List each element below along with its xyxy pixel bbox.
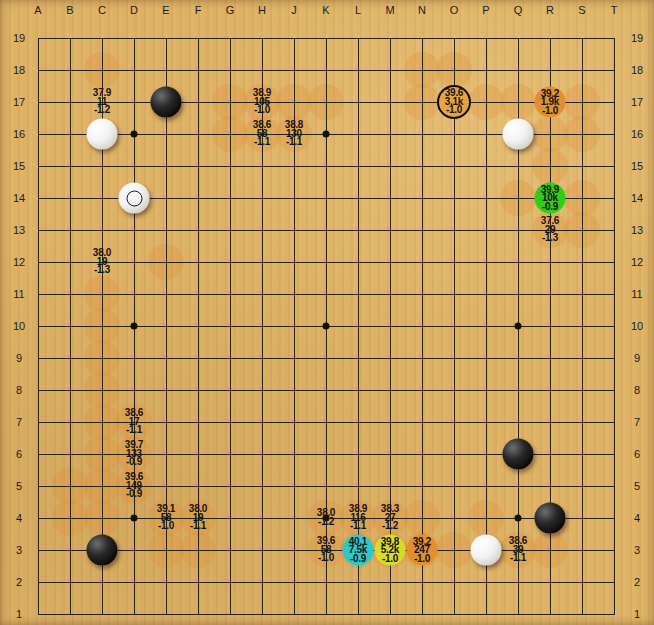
black-stone-q6[interactable]	[503, 439, 534, 470]
coordinate-label-row-left: 15	[13, 161, 25, 172]
coordinate-label-row-right: 1	[634, 609, 640, 620]
star-point	[515, 515, 522, 522]
grid-line-vertical	[582, 38, 583, 615]
coordinate-label-row-right: 15	[631, 161, 643, 172]
coordinate-label-row-left: 4	[16, 513, 22, 524]
coordinate-label-column: R	[546, 5, 554, 16]
candidate-score: -1.2	[318, 518, 334, 527]
candidate-label-k3[interactable]: 39.658-1.0	[317, 537, 335, 563]
candidate-score: -1.3	[542, 234, 558, 243]
coordinate-label-row-left: 2	[16, 577, 22, 588]
candidate-label-h16[interactable]: 38.658-1.1	[253, 121, 271, 147]
candidate-label-c12[interactable]: 38.019-1.3	[93, 249, 111, 275]
white-stone-d14[interactable]	[119, 183, 150, 214]
candidate-label-k4[interactable]: 38.0-1.2	[317, 509, 335, 526]
coordinate-label-column: B	[66, 5, 73, 16]
coordinate-label-row-right: 6	[634, 449, 640, 460]
coordinate-label-row-left: 19	[13, 33, 25, 44]
candidate-label-h17[interactable]: 38.9105-1.0	[253, 89, 271, 115]
grid-line-horizontal	[38, 358, 615, 359]
star-point	[323, 323, 330, 330]
candidate-score: -1.1	[510, 554, 526, 563]
candidate-score: -0.9	[542, 202, 558, 211]
coordinate-label-row-right: 19	[631, 33, 643, 44]
candidate-label-d5[interactable]: 39.6149-0.9	[125, 473, 143, 499]
coordinate-label-column: G	[226, 5, 235, 16]
candidate-move-r17[interactable]: 39.21.9k-1.0	[535, 87, 566, 118]
coordinate-label-row-left: 9	[16, 353, 22, 364]
coordinate-label-row-right: 9	[634, 353, 640, 364]
coordinate-label-row-right: 5	[634, 481, 640, 492]
candidate-score: -1.1	[350, 522, 366, 531]
coordinate-label-row-right: 7	[634, 417, 640, 428]
coordinate-label-row-right: 2	[634, 577, 640, 588]
coordinate-label-column: S	[578, 5, 585, 16]
candidate-label-c17[interactable]: 37.911-1.2	[93, 89, 111, 115]
candidate-label-j16[interactable]: 38.8130-1.1	[285, 121, 303, 147]
candidate-move-r14[interactable]: 39.910k-0.9	[535, 183, 566, 214]
coordinate-label-row-left: 13	[13, 225, 25, 236]
candidate-label-m4[interactable]: 38.327-1.2	[381, 505, 399, 531]
candidate-label-d6[interactable]: 39.7133-0.9	[125, 441, 143, 467]
coordinate-label-row-right: 14	[631, 193, 643, 204]
black-stone-c3[interactable]	[87, 535, 118, 566]
coordinate-label-row-left: 1	[16, 609, 22, 620]
coordinate-label-row-left: 17	[13, 97, 25, 108]
candidate-score: -1.0	[382, 554, 398, 563]
candidate-score: -1.2	[94, 106, 110, 115]
coordinate-label-column: N	[418, 5, 426, 16]
coordinate-label-column: H	[258, 5, 266, 16]
grid-line-horizontal	[38, 614, 615, 615]
coordinate-label-row-right: 4	[634, 513, 640, 524]
candidate-label-d7[interactable]: 38.617-1.1	[125, 409, 143, 435]
coordinate-label-column: M	[385, 5, 394, 16]
candidate-score: -1.0	[414, 554, 430, 563]
star-point	[515, 323, 522, 330]
candidate-move-l3[interactable]: 40.17.5k-0.9	[343, 535, 374, 566]
white-stone-c16[interactable]	[87, 119, 118, 150]
candidate-score: -1.1	[190, 522, 206, 531]
coordinate-label-column: E	[162, 5, 169, 16]
coordinate-label-column: Q	[514, 5, 523, 16]
candidate-score: -1.0	[158, 522, 174, 531]
candidate-move-o17[interactable]: 39.63.1k-1.0	[437, 85, 471, 119]
candidate-label-f4[interactable]: 38.019-1.1	[189, 505, 207, 531]
coordinate-label-row-right: 11	[631, 289, 642, 300]
coordinate-label-row-right: 17	[631, 97, 643, 108]
coordinate-label-row-right: 12	[631, 257, 643, 268]
coordinate-label-column: L	[355, 5, 361, 16]
coordinate-label-column: A	[34, 5, 41, 16]
candidate-label-q3[interactable]: 38.639-1.1	[509, 537, 527, 563]
coordinate-label-row-left: 6	[16, 449, 22, 460]
candidate-score: -0.9	[126, 490, 142, 499]
grid-line-vertical	[422, 38, 423, 615]
candidate-label-e4[interactable]: 39.158-1.0	[157, 505, 175, 531]
grid-line-horizontal	[38, 582, 615, 583]
coordinate-label-row-right: 16	[631, 129, 643, 140]
coordinate-label-column: K	[322, 5, 329, 16]
coordinate-label-column: J	[291, 5, 297, 16]
coordinate-label-row-right: 18	[631, 65, 643, 76]
candidate-score: -1.0	[318, 554, 334, 563]
grid-line-vertical	[614, 38, 615, 615]
go-board[interactable]: ABCDEFGHJKLMNOPQRST191918181717161615151…	[0, 0, 654, 625]
coordinate-label-row-left: 5	[16, 481, 22, 492]
grid-line-horizontal	[38, 390, 615, 391]
candidate-score: -0.9	[350, 554, 366, 563]
candidate-score: -1.0	[446, 106, 462, 115]
candidate-score: -1.1	[286, 138, 302, 147]
coordinate-label-row-left: 8	[16, 385, 22, 396]
coordinate-label-column: O	[450, 5, 459, 16]
candidate-score: -1.1	[126, 426, 142, 435]
candidate-score: -0.9	[126, 458, 142, 467]
grid-line-vertical	[486, 38, 487, 615]
candidate-score: -1.1	[254, 138, 270, 147]
white-stone-q16[interactable]	[503, 119, 534, 150]
coordinate-label-column: C	[98, 5, 106, 16]
coordinate-label-row-right: 3	[634, 545, 640, 556]
white-stone-p3[interactable]	[471, 535, 502, 566]
grid-line-vertical	[454, 38, 455, 615]
black-stone-e17[interactable]	[151, 87, 182, 118]
coordinate-label-row-left: 7	[16, 417, 22, 428]
star-point	[131, 323, 138, 330]
candidate-score: -1.0	[542, 106, 558, 115]
black-stone-r4[interactable]	[535, 503, 566, 534]
coordinate-label-column: P	[482, 5, 489, 16]
coordinate-label-column: T	[611, 5, 618, 16]
candidate-move-n3[interactable]: 39.2247-1.0	[407, 535, 438, 566]
candidate-score: -1.3	[94, 266, 110, 275]
coordinate-label-row-left: 14	[13, 193, 25, 204]
coordinate-label-row-right: 8	[634, 385, 640, 396]
coordinate-label-row-left: 18	[13, 65, 25, 76]
coordinate-label-row-right: 10	[631, 321, 643, 332]
candidate-move-m3[interactable]: 39.85.2k-1.0	[375, 535, 406, 566]
candidate-label-r13[interactable]: 37.629-1.3	[541, 217, 559, 243]
coordinate-label-row-left: 12	[13, 257, 25, 268]
candidate-score: -1.2	[382, 522, 398, 531]
coordinate-label-column: F	[195, 5, 202, 16]
candidate-label-l4[interactable]: 38.9116-1.1	[349, 505, 367, 531]
coordinate-label-column: D	[130, 5, 138, 16]
candidate-score: -1.0	[254, 106, 270, 115]
coordinate-label-row-left: 3	[16, 545, 22, 556]
coordinate-label-row-left: 11	[13, 289, 24, 300]
coordinate-label-row-left: 10	[13, 321, 25, 332]
star-point	[131, 515, 138, 522]
star-point	[323, 131, 330, 138]
coordinate-label-row-right: 13	[631, 225, 643, 236]
last-move-marker-circle	[126, 190, 142, 206]
star-point	[131, 131, 138, 138]
coordinate-label-row-left: 16	[13, 129, 25, 140]
